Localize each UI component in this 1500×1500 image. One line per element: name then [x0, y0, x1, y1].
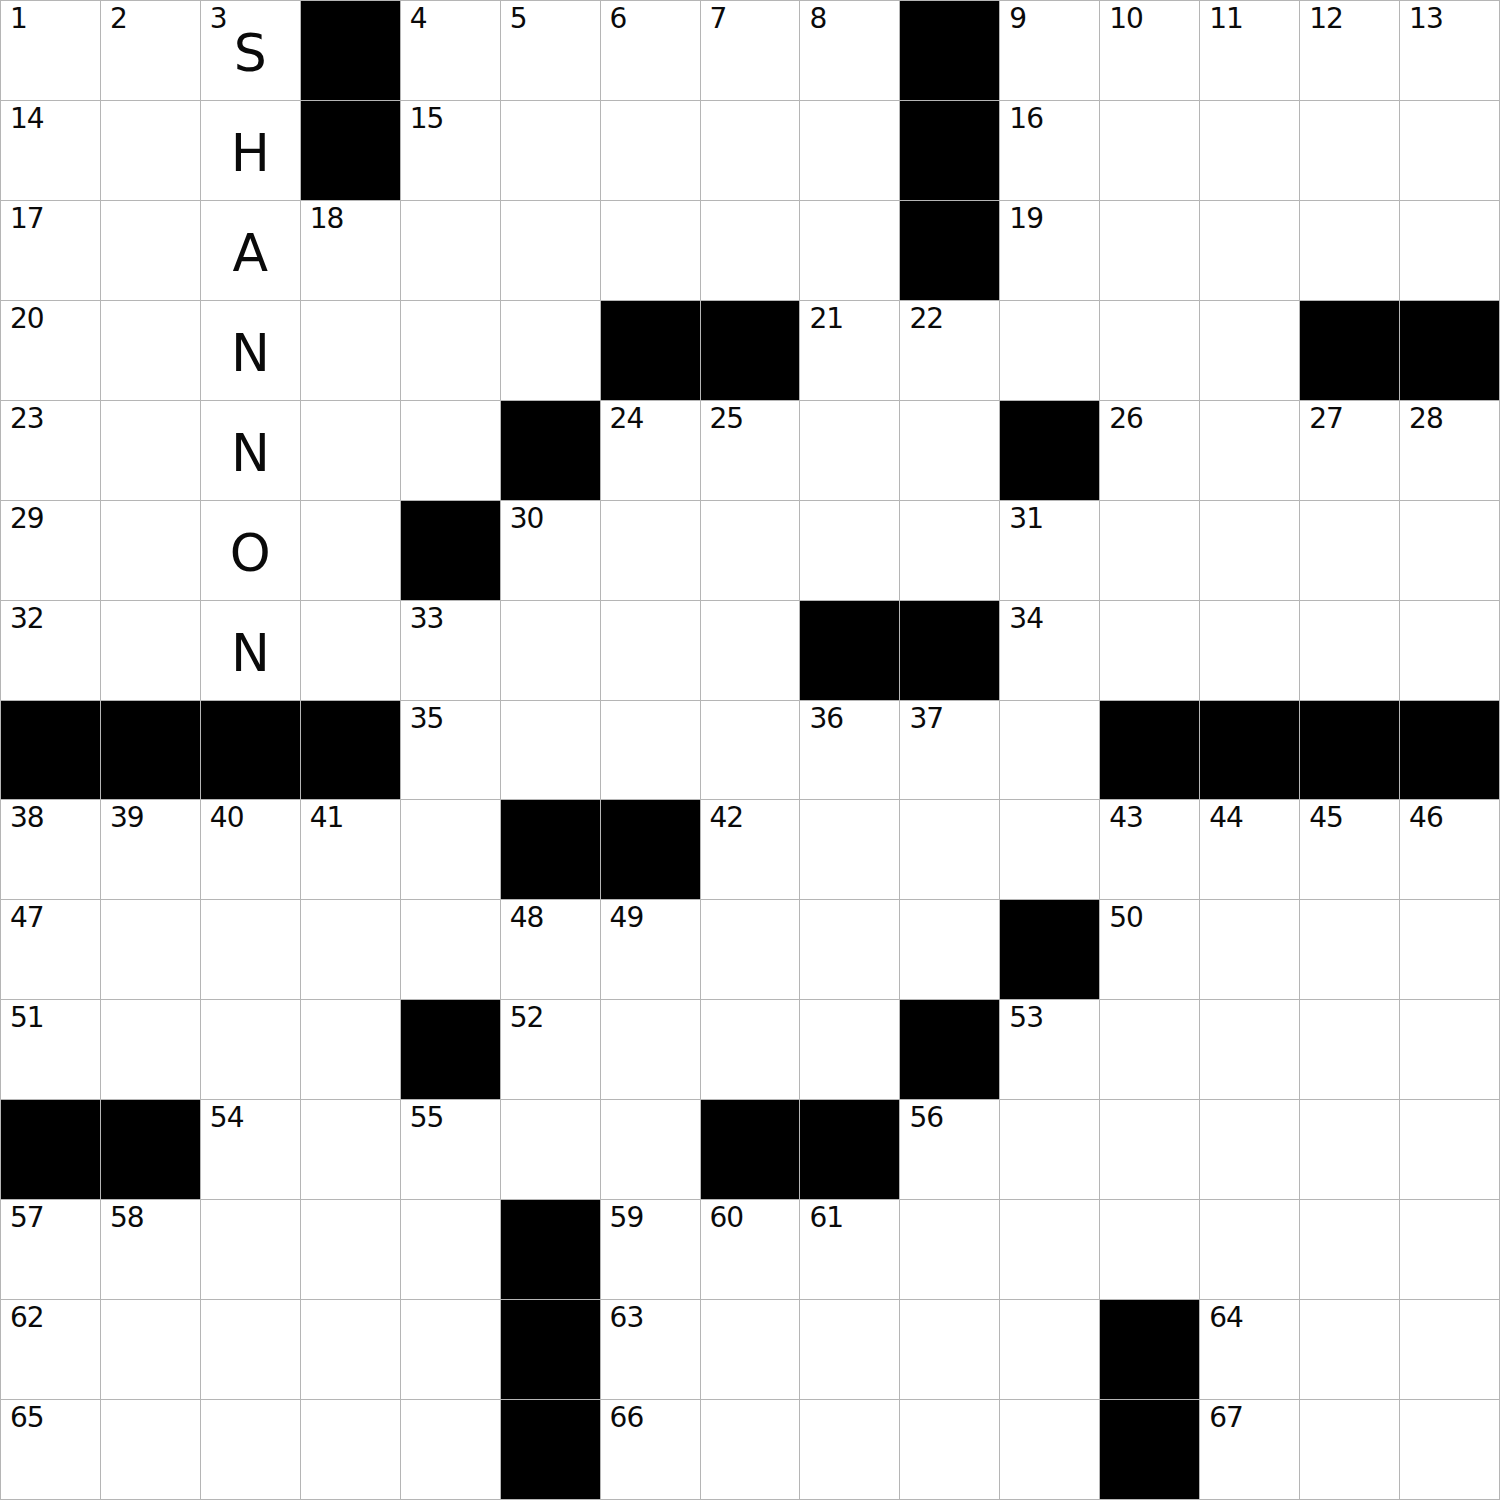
cell-r12c14[interactable]: [1400, 1200, 1500, 1300]
cell-r7c8[interactable]: 36: [800, 701, 900, 801]
block-cell-r7c12: [1200, 701, 1300, 801]
cell-r2c5[interactable]: [501, 201, 601, 301]
clue-number: 45: [1309, 802, 1343, 834]
cell-r3c0[interactable]: 20: [1, 301, 101, 401]
cell-r1c11[interactable]: [1100, 101, 1200, 201]
cell-r4c7[interactable]: 25: [701, 401, 801, 501]
clue-number: 1: [10, 3, 27, 35]
cell-r1c14[interactable]: [1400, 101, 1500, 201]
clue-number: 43: [1109, 802, 1143, 834]
block-cell-r3c13: [1300, 301, 1400, 401]
cell-r8c0[interactable]: 38: [1, 800, 101, 900]
clue-number: 21: [809, 303, 843, 335]
cell-r9c5[interactable]: 48: [501, 900, 601, 1000]
block-cell-r11c0: [1, 1100, 101, 1200]
cell-r4c6[interactable]: 24: [601, 401, 701, 501]
clue-number: 22: [909, 303, 943, 335]
cell-r1c1[interactable]: [101, 101, 201, 201]
block-cell-r14c5: [501, 1400, 601, 1500]
block-cell-r4c10: [1000, 401, 1100, 501]
cell-r2c11[interactable]: [1100, 201, 1200, 301]
cell-r3c9[interactable]: 22: [900, 301, 1000, 401]
cell-r6c7[interactable]: [701, 601, 801, 701]
cell-r4c0[interactable]: 23: [1, 401, 101, 501]
block-cell-r2c9: [900, 201, 1000, 301]
block-cell-r7c11: [1100, 701, 1200, 801]
cell-r5c1[interactable]: [101, 501, 201, 601]
cell-letter: H: [201, 101, 300, 200]
cell-r4c13[interactable]: 27: [1300, 401, 1400, 501]
clue-number: 7: [710, 3, 727, 35]
block-cell-r4c5: [501, 401, 601, 501]
block-cell-r9c10: [1000, 900, 1100, 1000]
cell-r3c10[interactable]: [1000, 301, 1100, 401]
cell-r7c7[interactable]: [701, 701, 801, 801]
cell-r4c11[interactable]: 26: [1100, 401, 1200, 501]
cell-r3c3[interactable]: [301, 301, 401, 401]
clue-number: 48: [510, 902, 544, 934]
clue-number: 14: [10, 103, 44, 135]
clue-number: 19: [1009, 203, 1043, 235]
cell-r1c0[interactable]: 14: [1, 101, 101, 201]
clue-number: 42: [710, 802, 744, 834]
clue-number: 49: [610, 902, 644, 934]
clue-number: 11: [1209, 3, 1243, 35]
cell-letter: A: [201, 201, 300, 300]
cell-r1c5[interactable]: [501, 101, 601, 201]
cell-r6c5[interactable]: [501, 601, 601, 701]
cell-r13c1[interactable]: [101, 1300, 201, 1400]
block-cell-r3c14: [1400, 301, 1500, 401]
cell-r12c10[interactable]: [1000, 1200, 1100, 1300]
cell-r2c12[interactable]: [1200, 201, 1300, 301]
clue-number: 8: [809, 3, 826, 35]
block-cell-r3c6: [601, 301, 701, 401]
block-cell-r11c7: [701, 1100, 801, 1200]
clue-number: 36: [809, 703, 843, 735]
cell-r0c10[interactable]: 9: [1000, 1, 1100, 101]
clue-number: 34: [1009, 603, 1043, 635]
cell-r13c4[interactable]: [401, 1300, 501, 1400]
block-cell-r7c1: [101, 701, 201, 801]
cell-r9c12[interactable]: [1200, 900, 1300, 1000]
clue-number: 63: [610, 1302, 644, 1334]
clue-number: 47: [10, 902, 44, 934]
cell-r11c6[interactable]: [601, 1100, 701, 1200]
cell-r11c10[interactable]: [1000, 1100, 1100, 1200]
clue-number: 10: [1109, 3, 1143, 35]
cell-r1c2[interactable]: H: [201, 101, 301, 201]
cell-r13c2[interactable]: [201, 1300, 301, 1400]
clue-number: 60: [710, 1202, 744, 1234]
clue-number: 58: [110, 1202, 144, 1234]
clue-number: 18: [310, 203, 344, 235]
cell-r8c14[interactable]: 46: [1400, 800, 1500, 900]
cell-r5c3[interactable]: [301, 501, 401, 601]
cell-r3c8[interactable]: 21: [800, 301, 900, 401]
clue-number: 56: [909, 1102, 943, 1134]
cell-r9c8[interactable]: [800, 900, 900, 1000]
cell-r0c4[interactable]: 4: [401, 1, 501, 101]
cell-r7c6[interactable]: [601, 701, 701, 801]
cell-r8c2[interactable]: 40: [201, 800, 301, 900]
cell-r5c14[interactable]: [1400, 501, 1500, 601]
block-cell-r0c9: [900, 1, 1000, 101]
cell-r2c2[interactable]: A: [201, 201, 301, 301]
cell-r5c5[interactable]: 30: [501, 501, 601, 601]
clue-number: 6: [610, 3, 627, 35]
cell-r10c0[interactable]: 51: [1, 1000, 101, 1100]
cell-r13c9[interactable]: [900, 1300, 1000, 1400]
block-cell-r7c0: [1, 701, 101, 801]
cell-r3c2[interactable]: N: [201, 301, 301, 401]
cell-r0c0[interactable]: 1: [1, 1, 101, 101]
clue-number: 59: [610, 1202, 644, 1234]
cell-r5c0[interactable]: 29: [1, 501, 101, 601]
block-cell-r10c4: [401, 1000, 501, 1100]
cell-r2c0[interactable]: 17: [1, 201, 101, 301]
clue-number: 9: [1009, 3, 1026, 35]
cell-r6c13[interactable]: [1300, 601, 1400, 701]
cell-r12c13[interactable]: [1300, 1200, 1400, 1300]
cell-r13c10[interactable]: [1000, 1300, 1100, 1400]
clue-number: 35: [410, 703, 444, 735]
clue-number: 31: [1009, 503, 1043, 535]
clue-number: 33: [410, 603, 444, 635]
cell-r10c3[interactable]: [301, 1000, 401, 1100]
clue-number: 52: [510, 1002, 544, 1034]
cell-letter: N: [201, 601, 300, 700]
cell-r2c14[interactable]: [1400, 201, 1500, 301]
cell-r10c14[interactable]: [1400, 1000, 1500, 1100]
cell-r5c8[interactable]: [800, 501, 900, 601]
cell-r8c12[interactable]: 44: [1200, 800, 1300, 900]
block-cell-r13c11: [1100, 1300, 1200, 1400]
cell-r2c10[interactable]: 19: [1000, 201, 1100, 301]
cell-r4c4[interactable]: [401, 401, 501, 501]
cell-r13c8[interactable]: [800, 1300, 900, 1400]
cell-r5c13[interactable]: [1300, 501, 1400, 601]
cell-r0c5[interactable]: 5: [501, 1, 601, 101]
clue-number: 39: [110, 802, 144, 834]
cell-r14c7[interactable]: [701, 1400, 801, 1500]
cell-letter: O: [201, 501, 300, 600]
cell-r14c13[interactable]: [1300, 1400, 1400, 1500]
cell-r13c3[interactable]: [301, 1300, 401, 1400]
cell-r11c9[interactable]: 56: [900, 1100, 1000, 1200]
cell-r12c0[interactable]: 57: [1, 1200, 101, 1300]
clue-number: 44: [1209, 802, 1243, 834]
clue-number: 55: [410, 1102, 444, 1134]
cell-r9c3[interactable]: [301, 900, 401, 1000]
cell-r7c10[interactable]: [1000, 701, 1100, 801]
cell-r10c8[interactable]: [800, 1000, 900, 1100]
clue-number: 41: [310, 802, 344, 834]
clue-number: 61: [809, 1202, 843, 1234]
block-cell-r6c8: [800, 601, 900, 701]
block-cell-r3c7: [701, 301, 801, 401]
cell-r0c6[interactable]: 6: [601, 1, 701, 101]
cell-r10c5[interactable]: 52: [501, 1000, 601, 1100]
cell-r2c13[interactable]: [1300, 201, 1400, 301]
cell-r14c9[interactable]: [900, 1400, 1000, 1500]
cell-r8c9[interactable]: [900, 800, 1000, 900]
cell-r1c12[interactable]: [1200, 101, 1300, 201]
clue-number: 29: [10, 503, 44, 535]
cell-r6c10[interactable]: 34: [1000, 601, 1100, 701]
cell-r2c3[interactable]: 18: [301, 201, 401, 301]
cell-r9c4[interactable]: [401, 900, 501, 1000]
cell-r8c10[interactable]: [1000, 800, 1100, 900]
clue-number: 27: [1309, 403, 1343, 435]
cell-r13c13[interactable]: [1300, 1300, 1400, 1400]
cell-r12c7[interactable]: 60: [701, 1200, 801, 1300]
cell-r12c4[interactable]: [401, 1200, 501, 1300]
cell-r3c5[interactable]: [501, 301, 601, 401]
cell-r12c2[interactable]: [201, 1200, 301, 1300]
cell-letter: S: [201, 1, 300, 100]
cell-r5c10[interactable]: 31: [1000, 501, 1100, 601]
crossword-grid: 123S4567891011121314H151617A181920N21222…: [0, 0, 1500, 1500]
cell-r0c13[interactable]: 12: [1300, 1, 1400, 101]
cell-r6c1[interactable]: [101, 601, 201, 701]
cell-r9c7[interactable]: [701, 900, 801, 1000]
cell-r14c4[interactable]: [401, 1400, 501, 1500]
block-cell-r7c3: [301, 701, 401, 801]
cell-r6c3[interactable]: [301, 601, 401, 701]
cell-r10c6[interactable]: [601, 1000, 701, 1100]
block-cell-r11c8: [800, 1100, 900, 1200]
cell-r12c3[interactable]: [301, 1200, 401, 1300]
block-cell-r12c5: [501, 1200, 601, 1300]
cell-r12c12[interactable]: [1200, 1200, 1300, 1300]
cell-r2c4[interactable]: [401, 201, 501, 301]
clue-number: 17: [10, 203, 44, 235]
cell-r5c9[interactable]: [900, 501, 1000, 601]
cell-r10c12[interactable]: [1200, 1000, 1300, 1100]
cell-r6c6[interactable]: [601, 601, 701, 701]
cell-r3c11[interactable]: [1100, 301, 1200, 401]
clue-number: 40: [210, 802, 244, 834]
cell-r11c12[interactable]: [1200, 1100, 1300, 1200]
block-cell-r1c3: [301, 101, 401, 201]
cell-r4c14[interactable]: 28: [1400, 401, 1500, 501]
block-cell-r11c1: [101, 1100, 201, 1200]
cell-r8c13[interactable]: 45: [1300, 800, 1400, 900]
cell-r6c14[interactable]: [1400, 601, 1500, 701]
clue-number: 37: [909, 703, 943, 735]
cell-r0c8[interactable]: 8: [800, 1, 900, 101]
cell-r14c2[interactable]: [201, 1400, 301, 1500]
cell-r9c13[interactable]: [1300, 900, 1400, 1000]
cell-r4c8[interactable]: [800, 401, 900, 501]
cell-r1c13[interactable]: [1300, 101, 1400, 201]
cell-r5c11[interactable]: [1100, 501, 1200, 601]
cell-r2c1[interactable]: [101, 201, 201, 301]
cell-r11c13[interactable]: [1300, 1100, 1400, 1200]
cell-r10c2[interactable]: [201, 1000, 301, 1100]
clue-number: 5: [510, 3, 527, 35]
cell-r9c0[interactable]: 47: [1, 900, 101, 1000]
clue-number: 54: [210, 1102, 244, 1134]
cell-r14c1[interactable]: [101, 1400, 201, 1500]
cell-r4c1[interactable]: [101, 401, 201, 501]
cell-r8c7[interactable]: 42: [701, 800, 801, 900]
cell-r11c2[interactable]: 54: [201, 1100, 301, 1200]
cell-r0c2[interactable]: 3S: [201, 1, 301, 101]
block-cell-r10c9: [900, 1000, 1000, 1100]
clue-number: 66: [610, 1402, 644, 1434]
cell-r0c7[interactable]: 7: [701, 1, 801, 101]
clue-number: 46: [1409, 802, 1443, 834]
clue-number: 13: [1409, 3, 1443, 35]
cell-r5c12[interactable]: [1200, 501, 1300, 601]
cell-r1c6[interactable]: [601, 101, 701, 201]
clue-number: 65: [10, 1402, 44, 1434]
clue-number: 62: [10, 1302, 44, 1334]
cell-r0c1[interactable]: 2: [101, 1, 201, 101]
clue-number: 50: [1109, 902, 1143, 934]
cell-r6c11[interactable]: [1100, 601, 1200, 701]
cell-r11c5[interactable]: [501, 1100, 601, 1200]
cell-r14c12[interactable]: 67: [1200, 1400, 1300, 1500]
cell-r12c1[interactable]: 58: [101, 1200, 201, 1300]
block-cell-r13c5: [501, 1300, 601, 1400]
clue-number: 28: [1409, 403, 1443, 435]
cell-r14c14[interactable]: [1400, 1400, 1500, 1500]
cell-r6c0[interactable]: 32: [1, 601, 101, 701]
cell-r9c9[interactable]: [900, 900, 1000, 1000]
cell-r14c10[interactable]: [1000, 1400, 1100, 1500]
cell-r7c4[interactable]: 35: [401, 701, 501, 801]
block-cell-r1c9: [900, 101, 1000, 201]
cell-r3c12[interactable]: [1200, 301, 1300, 401]
cell-r11c4[interactable]: 55: [401, 1100, 501, 1200]
cell-r10c1[interactable]: [101, 1000, 201, 1100]
clue-number: 57: [10, 1202, 44, 1234]
cell-r2c8[interactable]: [800, 201, 900, 301]
cell-r10c13[interactable]: [1300, 1000, 1400, 1100]
cell-r1c8[interactable]: [800, 101, 900, 201]
clue-number: 32: [10, 603, 44, 635]
block-cell-r6c9: [900, 601, 1000, 701]
clue-number: 23: [10, 403, 44, 435]
clue-number: 20: [10, 303, 44, 335]
cell-r1c10[interactable]: 16: [1000, 101, 1100, 201]
cell-r8c11[interactable]: 43: [1100, 800, 1200, 900]
cell-r9c2[interactable]: [201, 900, 301, 1000]
cell-r11c3[interactable]: [301, 1100, 401, 1200]
cell-letter: N: [201, 301, 300, 400]
cell-r9c1[interactable]: [101, 900, 201, 1000]
cell-r8c3[interactable]: 41: [301, 800, 401, 900]
cell-r8c8[interactable]: [800, 800, 900, 900]
cell-r3c1[interactable]: [101, 301, 201, 401]
clue-number: 51: [10, 1002, 44, 1034]
clue-number: 12: [1309, 3, 1343, 35]
cell-r11c11[interactable]: [1100, 1100, 1200, 1200]
cell-r4c12[interactable]: [1200, 401, 1300, 501]
block-cell-r0c3: [301, 1, 401, 101]
cell-r5c6[interactable]: [601, 501, 701, 601]
cell-r13c6[interactable]: 63: [601, 1300, 701, 1400]
cell-r4c2[interactable]: N: [201, 401, 301, 501]
cell-r1c4[interactable]: 15: [401, 101, 501, 201]
clue-number: 38: [10, 802, 44, 834]
cell-r0c14[interactable]: 13: [1400, 1, 1500, 101]
cell-r9c6[interactable]: 49: [601, 900, 701, 1000]
cell-letter: N: [201, 401, 300, 500]
cell-r6c4[interactable]: 33: [401, 601, 501, 701]
cell-r5c2[interactable]: O: [201, 501, 301, 601]
clue-number: 24: [610, 403, 644, 435]
cell-r7c9[interactable]: 37: [900, 701, 1000, 801]
clue-number: 67: [1209, 1402, 1243, 1434]
block-cell-r7c14: [1400, 701, 1500, 801]
cell-r3c4[interactable]: [401, 301, 501, 401]
cell-r13c12[interactable]: 64: [1200, 1300, 1300, 1400]
cell-r8c4[interactable]: [401, 800, 501, 900]
cell-r12c6[interactable]: 59: [601, 1200, 701, 1300]
clue-number: 15: [410, 103, 444, 135]
cell-r9c14[interactable]: [1400, 900, 1500, 1000]
clue-number: 30: [510, 503, 544, 535]
cell-r14c8[interactable]: [800, 1400, 900, 1500]
cell-r5c7[interactable]: [701, 501, 801, 601]
clue-number: 16: [1009, 103, 1043, 135]
cell-r14c6[interactable]: 66: [601, 1400, 701, 1500]
block-cell-r8c5: [501, 800, 601, 900]
cell-r10c11[interactable]: [1100, 1000, 1200, 1100]
cell-r4c3[interactable]: [301, 401, 401, 501]
cell-r13c7[interactable]: [701, 1300, 801, 1400]
clue-number: 4: [410, 3, 427, 35]
cell-r12c9[interactable]: [900, 1200, 1000, 1300]
clue-number: 2: [110, 3, 127, 35]
cell-r7c5[interactable]: [501, 701, 601, 801]
cell-r2c6[interactable]: [601, 201, 701, 301]
cell-r1c7[interactable]: [701, 101, 801, 201]
block-cell-r14c11: [1100, 1400, 1200, 1500]
cell-r6c12[interactable]: [1200, 601, 1300, 701]
cell-r13c0[interactable]: 62: [1, 1300, 101, 1400]
clue-number: 53: [1009, 1002, 1043, 1034]
cell-r10c7[interactable]: [701, 1000, 801, 1100]
cell-r11c14[interactable]: [1400, 1100, 1500, 1200]
cell-r4c9[interactable]: [900, 401, 1000, 501]
cell-r12c11[interactable]: [1100, 1200, 1200, 1300]
cell-r2c7[interactable]: [701, 201, 801, 301]
cell-r14c0[interactable]: 65: [1, 1400, 101, 1500]
clue-number: 64: [1209, 1302, 1243, 1334]
cell-r10c10[interactable]: 53: [1000, 1000, 1100, 1100]
cell-r0c12[interactable]: 11: [1200, 1, 1300, 101]
cell-r6c2[interactable]: N: [201, 601, 301, 701]
clue-number: 25: [710, 403, 744, 435]
block-cell-r7c2: [201, 701, 301, 801]
cell-r12c8[interactable]: 61: [800, 1200, 900, 1300]
cell-r0c11[interactable]: 10: [1100, 1, 1200, 101]
cell-r13c14[interactable]: [1400, 1300, 1500, 1400]
clue-number: 26: [1109, 403, 1143, 435]
block-cell-r5c4: [401, 501, 501, 601]
cell-r8c1[interactable]: 39: [101, 800, 201, 900]
cell-r9c11[interactable]: 50: [1100, 900, 1200, 1000]
cell-r14c3[interactable]: [301, 1400, 401, 1500]
block-cell-r7c13: [1300, 701, 1400, 801]
block-cell-r8c6: [601, 800, 701, 900]
